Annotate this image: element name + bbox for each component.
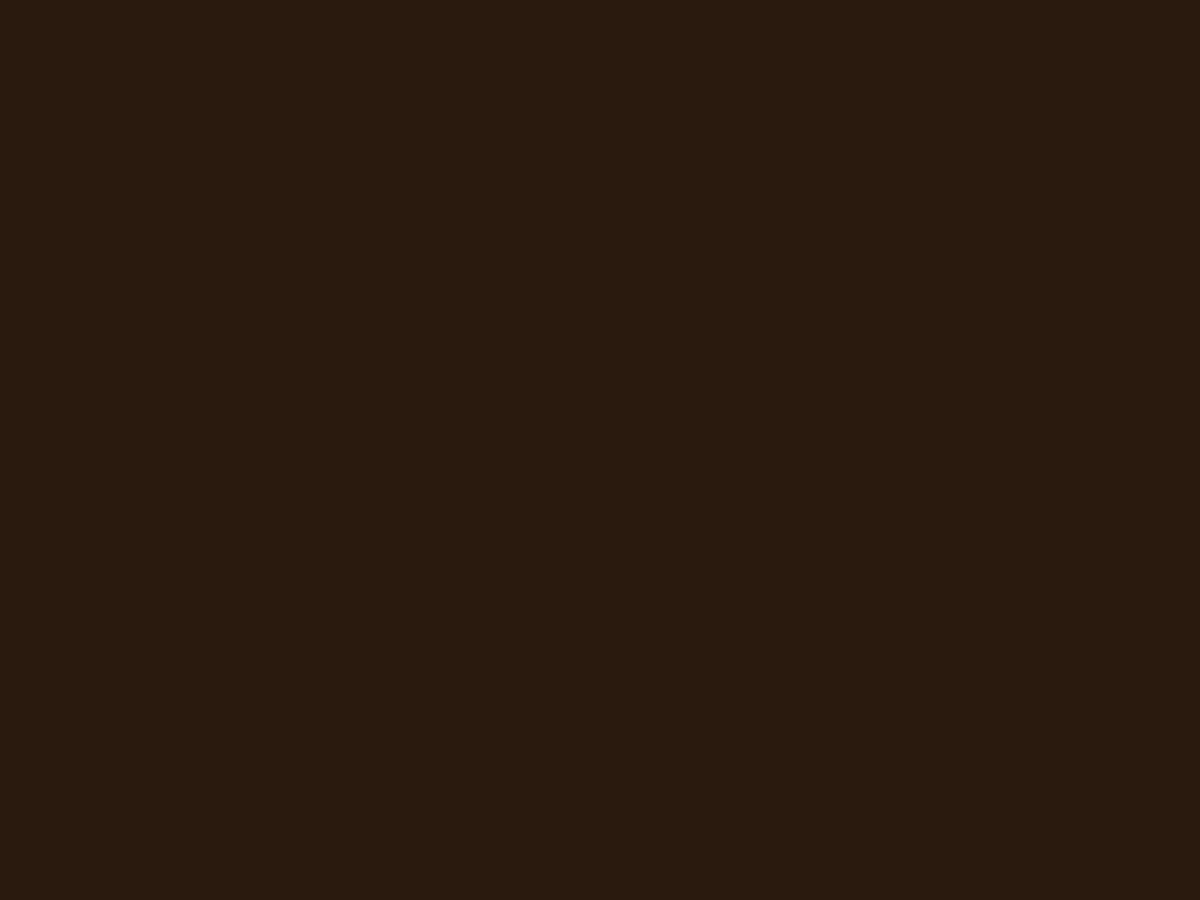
chessboard-photo-scene: ♜	[0, 0, 1200, 900]
camera-roll-wrapper	[0, 0, 1200, 900]
chessboard	[0, 0, 1200, 900]
